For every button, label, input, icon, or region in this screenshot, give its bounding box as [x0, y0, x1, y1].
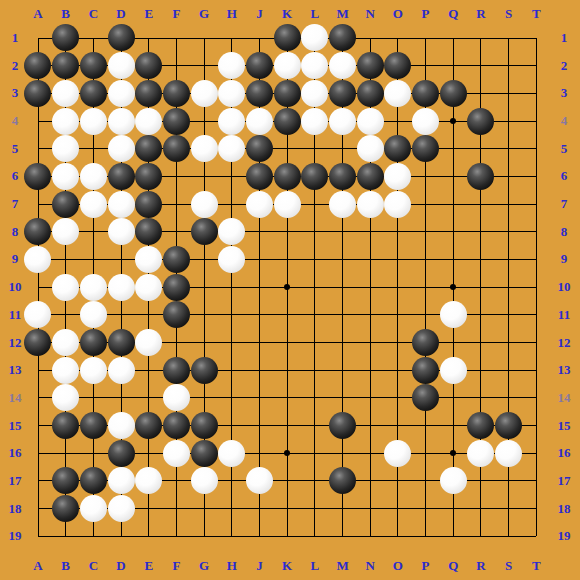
column-label-top-J: J — [256, 6, 263, 22]
row-label-right-2: 2 — [561, 58, 568, 74]
row-label-right-4: 4 — [561, 113, 568, 129]
column-label-top-M: M — [336, 6, 348, 22]
column-label-bottom-K: K — [282, 558, 292, 574]
column-label-bottom-T: T — [532, 558, 541, 574]
row-label-right-3: 3 — [561, 85, 568, 101]
row-label-right-6: 6 — [561, 168, 568, 184]
column-label-bottom-P: P — [422, 558, 430, 574]
row-label-right-16: 16 — [558, 445, 571, 461]
row-label-left-17: 17 — [9, 473, 22, 489]
row-label-left-9: 9 — [12, 251, 19, 267]
row-label-left-16: 16 — [9, 445, 22, 461]
row-label-right-12: 12 — [558, 335, 571, 351]
column-label-top-C: C — [89, 6, 98, 22]
coordinate-labels-layer: AABBCCDDEEFFGGHHJJKKLLMMNNOOPPQQRRSSTT11… — [0, 0, 580, 580]
row-label-right-10: 10 — [558, 279, 571, 295]
column-label-top-B: B — [61, 6, 70, 22]
row-label-left-12: 12 — [9, 335, 22, 351]
row-label-left-18: 18 — [9, 501, 22, 517]
row-label-left-13: 13 — [9, 362, 22, 378]
column-label-top-E: E — [144, 6, 153, 22]
column-label-bottom-S: S — [505, 558, 512, 574]
column-label-bottom-A: A — [33, 558, 42, 574]
column-label-bottom-N: N — [366, 558, 375, 574]
go-board: AABBCCDDEEFFGGHHJJKKLLMMNNOOPPQQRRSSTT11… — [0, 0, 580, 580]
column-label-top-H: H — [227, 6, 237, 22]
row-label-right-18: 18 — [558, 501, 571, 517]
column-label-top-T: T — [532, 6, 541, 22]
column-label-top-N: N — [366, 6, 375, 22]
row-label-right-14: 14 — [558, 390, 571, 406]
row-label-left-14: 14 — [9, 390, 22, 406]
row-label-left-6: 6 — [12, 168, 19, 184]
column-label-top-Q: Q — [448, 6, 458, 22]
row-label-right-5: 5 — [561, 141, 568, 157]
column-label-top-D: D — [116, 6, 125, 22]
row-label-left-3: 3 — [12, 85, 19, 101]
column-label-top-S: S — [505, 6, 512, 22]
column-label-bottom-F: F — [172, 558, 180, 574]
row-label-left-7: 7 — [12, 196, 19, 212]
row-label-left-1: 1 — [12, 30, 19, 46]
row-label-left-2: 2 — [12, 58, 19, 74]
row-label-right-8: 8 — [561, 224, 568, 240]
column-label-bottom-G: G — [199, 558, 209, 574]
column-label-bottom-J: J — [256, 558, 263, 574]
column-label-top-A: A — [33, 6, 42, 22]
column-label-bottom-C: C — [89, 558, 98, 574]
row-label-left-19: 19 — [9, 528, 22, 544]
row-label-left-10: 10 — [9, 279, 22, 295]
row-label-left-11: 11 — [9, 307, 21, 323]
column-label-top-R: R — [476, 6, 485, 22]
column-label-top-F: F — [172, 6, 180, 22]
row-label-left-8: 8 — [12, 224, 19, 240]
row-label-left-5: 5 — [12, 141, 19, 157]
row-label-right-15: 15 — [558, 418, 571, 434]
column-label-bottom-Q: Q — [448, 558, 458, 574]
column-label-bottom-R: R — [476, 558, 485, 574]
column-label-top-K: K — [282, 6, 292, 22]
column-label-bottom-D: D — [116, 558, 125, 574]
row-label-right-11: 11 — [558, 307, 570, 323]
row-label-right-17: 17 — [558, 473, 571, 489]
row-label-left-15: 15 — [9, 418, 22, 434]
column-label-top-O: O — [393, 6, 403, 22]
column-label-bottom-L: L — [310, 558, 319, 574]
row-label-left-4: 4 — [12, 113, 19, 129]
column-label-bottom-M: M — [336, 558, 348, 574]
column-label-bottom-E: E — [144, 558, 153, 574]
column-label-top-P: P — [422, 6, 430, 22]
column-label-bottom-O: O — [393, 558, 403, 574]
row-label-right-7: 7 — [561, 196, 568, 212]
column-label-bottom-H: H — [227, 558, 237, 574]
row-label-right-9: 9 — [561, 251, 568, 267]
row-label-right-1: 1 — [561, 30, 568, 46]
column-label-bottom-B: B — [61, 558, 70, 574]
row-label-right-13: 13 — [558, 362, 571, 378]
row-label-right-19: 19 — [558, 528, 571, 544]
column-label-top-L: L — [310, 6, 319, 22]
column-label-top-G: G — [199, 6, 209, 22]
